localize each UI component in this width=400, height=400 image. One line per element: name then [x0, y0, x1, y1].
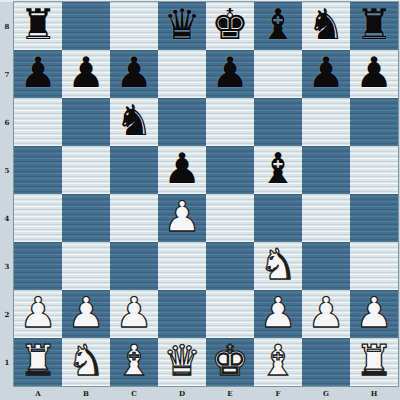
square-h7[interactable]: ♟	[350, 50, 398, 98]
piece-white-pawn[interactable]: ♟	[307, 292, 345, 334]
square-c1[interactable]: ♝	[110, 338, 158, 386]
square-g4[interactable]	[302, 194, 350, 242]
square-f3[interactable]: ♞	[254, 242, 302, 290]
file-label-g: G	[302, 386, 350, 400]
piece-black-bishop[interactable]: ♝	[259, 4, 297, 46]
piece-black-pawn[interactable]: ♟	[115, 52, 153, 94]
square-h8[interactable]: ♜	[350, 2, 398, 50]
piece-black-rook[interactable]: ♜	[19, 4, 57, 46]
piece-black-pawn[interactable]: ♟	[307, 52, 345, 94]
square-a5[interactable]	[14, 146, 62, 194]
rank-label-2: 2	[0, 290, 14, 338]
piece-white-pawn[interactable]: ♟	[67, 292, 105, 334]
square-a6[interactable]	[14, 98, 62, 146]
square-b2[interactable]: ♟	[62, 290, 110, 338]
piece-black-pawn[interactable]: ♟	[19, 52, 57, 94]
square-c4[interactable]	[110, 194, 158, 242]
square-f5[interactable]: ♝	[254, 146, 302, 194]
square-h6[interactable]	[350, 98, 398, 146]
square-g1[interactable]	[302, 338, 350, 386]
piece-white-pawn[interactable]: ♟	[115, 292, 153, 334]
piece-black-pawn[interactable]: ♟	[211, 52, 249, 94]
square-d6[interactable]	[158, 98, 206, 146]
rank-label-7: 7	[0, 50, 14, 98]
piece-white-knight[interactable]: ♞	[259, 244, 297, 286]
piece-black-rook[interactable]: ♜	[355, 4, 393, 46]
file-label-e: E	[206, 386, 254, 400]
piece-black-knight[interactable]: ♞	[307, 4, 345, 46]
piece-white-pawn[interactable]: ♟	[355, 292, 393, 334]
square-e2[interactable]	[206, 290, 254, 338]
piece-black-queen[interactable]: ♛	[163, 4, 201, 46]
file-label-c: C	[110, 386, 158, 400]
chess-board: ♜♛♚♝♞♜♟♟♟♟♟♟♞♟♝♟♞♟♟♟♟♟♟♜♞♝♛♚♝♜	[14, 2, 398, 386]
piece-black-pawn[interactable]: ♟	[163, 148, 201, 190]
rank-labels: 87654321	[0, 2, 14, 386]
square-h2[interactable]: ♟	[350, 290, 398, 338]
square-b3[interactable]	[62, 242, 110, 290]
square-a3[interactable]	[14, 242, 62, 290]
square-b6[interactable]	[62, 98, 110, 146]
piece-white-rook[interactable]: ♜	[355, 340, 393, 382]
piece-white-bishop[interactable]: ♝	[115, 340, 153, 382]
file-label-a: A	[14, 386, 62, 400]
square-f2[interactable]: ♟	[254, 290, 302, 338]
square-f1[interactable]: ♝	[254, 338, 302, 386]
square-b7[interactable]: ♟	[62, 50, 110, 98]
square-c3[interactable]	[110, 242, 158, 290]
square-a1[interactable]: ♜	[14, 338, 62, 386]
square-a4[interactable]	[14, 194, 62, 242]
square-e3[interactable]	[206, 242, 254, 290]
piece-white-rook[interactable]: ♜	[19, 340, 57, 382]
square-c6[interactable]: ♞	[110, 98, 158, 146]
square-e8[interactable]: ♚	[206, 2, 254, 50]
square-c7[interactable]: ♟	[110, 50, 158, 98]
square-c2[interactable]: ♟	[110, 290, 158, 338]
rank-label-8: 8	[0, 2, 14, 50]
square-a7[interactable]: ♟	[14, 50, 62, 98]
rank-label-1: 1	[0, 338, 14, 386]
square-e7[interactable]: ♟	[206, 50, 254, 98]
rank-label-4: 4	[0, 194, 14, 242]
piece-white-pawn[interactable]: ♟	[19, 292, 57, 334]
file-labels: ABCDEFGH	[14, 386, 398, 400]
rank-label-3: 3	[0, 242, 14, 290]
square-g2[interactable]: ♟	[302, 290, 350, 338]
square-g3[interactable]	[302, 242, 350, 290]
piece-black-king[interactable]: ♚	[211, 4, 249, 46]
square-d8[interactable]: ♛	[158, 2, 206, 50]
square-c5[interactable]	[110, 146, 158, 194]
piece-white-knight[interactable]: ♞	[67, 340, 105, 382]
rank-label-5: 5	[0, 146, 14, 194]
piece-black-pawn[interactable]: ♟	[67, 52, 105, 94]
square-d2[interactable]	[158, 290, 206, 338]
square-e1[interactable]: ♚	[206, 338, 254, 386]
piece-black-pawn[interactable]: ♟	[355, 52, 393, 94]
square-b1[interactable]: ♞	[62, 338, 110, 386]
square-c8[interactable]	[110, 2, 158, 50]
square-h1[interactable]: ♜	[350, 338, 398, 386]
square-g6[interactable]	[302, 98, 350, 146]
rank-label-6: 6	[0, 98, 14, 146]
square-f7[interactable]	[254, 50, 302, 98]
square-h4[interactable]	[350, 194, 398, 242]
square-a2[interactable]: ♟	[14, 290, 62, 338]
square-d7[interactable]	[158, 50, 206, 98]
piece-white-bishop[interactable]: ♝	[259, 340, 297, 382]
square-d5[interactable]: ♟	[158, 146, 206, 194]
square-g5[interactable]	[302, 146, 350, 194]
file-label-d: D	[158, 386, 206, 400]
file-label-h: H	[350, 386, 398, 400]
square-h5[interactable]	[350, 146, 398, 194]
square-e5[interactable]	[206, 146, 254, 194]
square-e4[interactable]	[206, 194, 254, 242]
piece-white-pawn[interactable]: ♟	[259, 292, 297, 334]
square-g8[interactable]: ♞	[302, 2, 350, 50]
square-g7[interactable]: ♟	[302, 50, 350, 98]
piece-white-queen[interactable]: ♛	[163, 340, 201, 382]
square-d4[interactable]: ♟	[158, 194, 206, 242]
piece-black-knight[interactable]: ♞	[115, 100, 153, 142]
square-b5[interactable]	[62, 146, 110, 194]
square-e6[interactable]	[206, 98, 254, 146]
square-f8[interactable]: ♝	[254, 2, 302, 50]
piece-black-bishop[interactable]: ♝	[259, 148, 297, 190]
square-b4[interactable]	[62, 194, 110, 242]
square-f6[interactable]	[254, 98, 302, 146]
piece-white-pawn[interactable]: ♟	[163, 196, 201, 238]
square-a8[interactable]: ♜	[14, 2, 62, 50]
chess-app: 87654321 ♜♛♚♝♞♜♟♟♟♟♟♟♞♟♝♟♞♟♟♟♟♟♟♜♞♝♛♚♝♜ …	[0, 0, 400, 400]
square-d3[interactable]	[158, 242, 206, 290]
square-b8[interactable]	[62, 2, 110, 50]
piece-white-king[interactable]: ♚	[211, 340, 249, 382]
file-label-f: F	[254, 386, 302, 400]
square-d1[interactable]: ♛	[158, 338, 206, 386]
square-f4[interactable]	[254, 194, 302, 242]
square-h3[interactable]	[350, 242, 398, 290]
file-label-b: B	[62, 386, 110, 400]
